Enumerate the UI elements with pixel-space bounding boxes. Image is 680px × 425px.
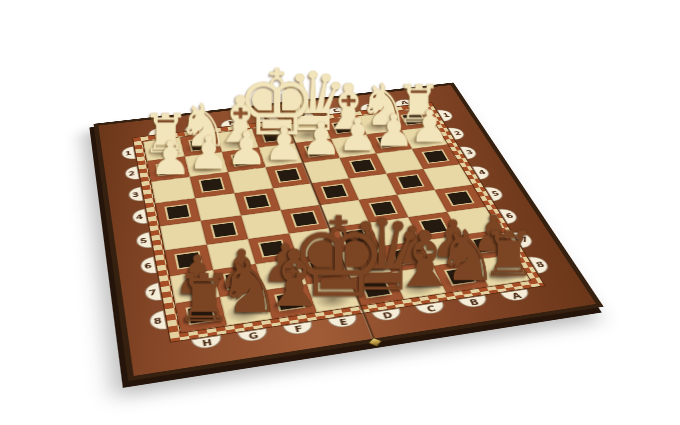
mosaic-border: ♜♞♝♚♛♝♞♜♟♟♟♟♟♟♟♟♟♟♟♟♟♟♟♟♜♞♝♚♛♝♞♜ xyxy=(132,102,546,342)
square-inlay xyxy=(396,174,425,190)
rank-label-left-2: 2 xyxy=(124,166,140,181)
square-inlay xyxy=(164,204,191,221)
dark-rook-h8[interactable]: ♜ xyxy=(174,268,233,328)
square-a3[interactable] xyxy=(412,145,459,169)
square-g3[interactable] xyxy=(190,172,235,198)
rank-label-left-3: 3 xyxy=(127,187,143,203)
white-pawn-f2[interactable]: ♟ xyxy=(226,127,267,169)
square-h2[interactable]: ♟ xyxy=(147,157,190,182)
rank-label-left-6: 6 xyxy=(139,256,157,275)
white-pawn-d2[interactable]: ♟ xyxy=(301,118,342,160)
white-pawn-b2[interactable]: ♟ xyxy=(374,110,414,151)
white-pawn-c2[interactable]: ♟ xyxy=(338,114,378,155)
square-inlay xyxy=(199,177,226,193)
rank-label-left-1: 1 xyxy=(121,146,136,160)
white-pawn-a2[interactable]: ♟ xyxy=(410,105,450,146)
square-h4[interactable] xyxy=(155,198,200,226)
white-pawn-e2[interactable]: ♟ xyxy=(264,123,305,165)
square-inlay xyxy=(275,168,302,183)
photo-stage: ♜♞♝♚♛♝♞♜♟♟♟♟♟♟♟♟♟♟♟♟♟♟♟♟♜♞♝♚♛♝♞♜ 1234567… xyxy=(0,0,680,425)
square-h8[interactable]: ♜ xyxy=(175,297,227,333)
white-pawn-h2[interactable]: ♟ xyxy=(150,136,192,179)
square-inlay xyxy=(421,149,449,164)
white-pawn-g2[interactable]: ♟ xyxy=(188,131,229,173)
square-c3[interactable] xyxy=(340,153,387,178)
square-f4[interactable] xyxy=(234,188,280,215)
square-inlay xyxy=(349,158,377,173)
square-inlay xyxy=(243,193,271,209)
square-d3[interactable] xyxy=(303,158,349,183)
square-inlay xyxy=(210,221,238,239)
